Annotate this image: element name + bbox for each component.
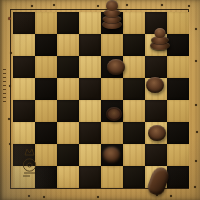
square-e1[interactable] bbox=[101, 166, 123, 188]
square-h4[interactable] bbox=[167, 100, 189, 122]
frame-brad bbox=[194, 186, 196, 188]
square-c2[interactable] bbox=[57, 144, 79, 166]
square-d2[interactable] bbox=[79, 144, 101, 166]
square-g2[interactable] bbox=[145, 144, 167, 166]
square-f7[interactable] bbox=[123, 34, 145, 56]
square-d6[interactable] bbox=[79, 56, 101, 78]
square-f8[interactable] bbox=[123, 12, 145, 34]
square-e2[interactable] bbox=[101, 144, 123, 166]
square-b7[interactable] bbox=[35, 34, 57, 56]
maker-stamp-logo bbox=[20, 146, 39, 179]
square-e6[interactable] bbox=[101, 56, 123, 78]
square-d5[interactable] bbox=[79, 78, 101, 100]
square-g8[interactable] bbox=[145, 12, 167, 34]
board-photo bbox=[0, 0, 200, 200]
square-f6[interactable] bbox=[123, 56, 145, 78]
square-a8[interactable] bbox=[13, 12, 35, 34]
frame-brad bbox=[9, 85, 11, 87]
frame-brad bbox=[161, 4, 163, 6]
frame-brad bbox=[195, 28, 197, 30]
square-b8[interactable] bbox=[35, 12, 57, 34]
frame-brad bbox=[28, 195, 30, 197]
square-g1[interactable] bbox=[145, 166, 167, 188]
frame-brad bbox=[195, 60, 197, 62]
frame-brad bbox=[31, 5, 33, 7]
frame-brad bbox=[97, 196, 99, 198]
square-b6[interactable] bbox=[35, 56, 57, 78]
square-h8[interactable] bbox=[167, 12, 189, 34]
frame-brad bbox=[43, 196, 45, 198]
frame-brad bbox=[126, 4, 128, 6]
square-c6[interactable] bbox=[57, 56, 79, 78]
square-d1[interactable] bbox=[79, 166, 101, 188]
square-d3[interactable] bbox=[79, 122, 101, 144]
frame-brad bbox=[8, 17, 11, 20]
frame-brad bbox=[53, 4, 55, 6]
square-h6[interactable] bbox=[167, 56, 189, 78]
checkers-board bbox=[13, 12, 189, 188]
frame-brad bbox=[188, 5, 190, 7]
frame-brad bbox=[196, 131, 198, 133]
square-c4[interactable] bbox=[57, 100, 79, 122]
frame-brad bbox=[156, 194, 158, 196]
square-e8[interactable] bbox=[101, 12, 123, 34]
square-a3[interactable] bbox=[13, 122, 35, 144]
frame-brad bbox=[8, 118, 10, 120]
square-g6[interactable] bbox=[145, 56, 167, 78]
square-a6[interactable] bbox=[13, 56, 35, 78]
square-f4[interactable] bbox=[123, 100, 145, 122]
square-h1[interactable] bbox=[167, 166, 189, 188]
square-d8[interactable] bbox=[79, 12, 101, 34]
square-c7[interactable] bbox=[57, 34, 79, 56]
square-c1[interactable] bbox=[57, 166, 79, 188]
square-g5[interactable] bbox=[145, 78, 167, 100]
square-f2[interactable] bbox=[123, 144, 145, 166]
square-g4[interactable] bbox=[145, 100, 167, 122]
square-b5[interactable] bbox=[35, 78, 57, 100]
square-f1[interactable] bbox=[123, 166, 145, 188]
frame-brad bbox=[170, 195, 172, 197]
square-h3[interactable] bbox=[167, 122, 189, 144]
square-b3[interactable] bbox=[35, 122, 57, 144]
square-g7[interactable] bbox=[145, 34, 167, 56]
frame-brad bbox=[97, 5, 99, 7]
square-a4[interactable] bbox=[13, 100, 35, 122]
square-f3[interactable] bbox=[123, 122, 145, 144]
square-a5[interactable] bbox=[13, 78, 35, 100]
square-c3[interactable] bbox=[57, 122, 79, 144]
frame-brad bbox=[9, 143, 11, 145]
frame-brad bbox=[195, 160, 197, 162]
square-c8[interactable] bbox=[57, 12, 79, 34]
square-h5[interactable] bbox=[167, 78, 189, 100]
frame-brad bbox=[10, 52, 12, 54]
square-b4[interactable] bbox=[35, 100, 57, 122]
square-e7[interactable] bbox=[101, 34, 123, 56]
square-d7[interactable] bbox=[79, 34, 101, 56]
square-h7[interactable] bbox=[167, 34, 189, 56]
square-h2[interactable] bbox=[167, 144, 189, 166]
square-d4[interactable] bbox=[79, 100, 101, 122]
square-f5[interactable] bbox=[123, 78, 145, 100]
square-g3[interactable] bbox=[145, 122, 167, 144]
square-c5[interactable] bbox=[57, 78, 79, 100]
square-a7[interactable] bbox=[13, 34, 35, 56]
frame-brad bbox=[195, 104, 197, 106]
square-e5[interactable] bbox=[101, 78, 123, 100]
square-e3[interactable] bbox=[101, 122, 123, 144]
square-e4[interactable] bbox=[101, 100, 123, 122]
frame-inscription bbox=[3, 66, 6, 102]
